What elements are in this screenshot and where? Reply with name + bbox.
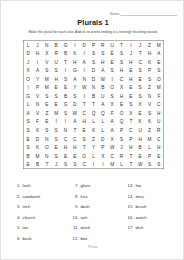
clue-item: 16.watch [126, 215, 147, 226]
grid-cell: H [61, 143, 70, 152]
grid-cell: G [61, 41, 70, 50]
grid-cell: L [98, 117, 107, 126]
grid-cell: J [24, 58, 33, 67]
grid-cell: K [33, 126, 42, 135]
clue-number: 16. [126, 215, 134, 220]
grid-cell: V [33, 109, 42, 118]
clue-item: 14.miss [126, 194, 147, 205]
grid-cell: S [135, 66, 144, 75]
instruction-text: Make the plural for each clue. Add es to… [1, 30, 184, 34]
grid-cell: C [79, 160, 88, 169]
grid-cell: V [145, 100, 154, 109]
grid-cell: T [135, 49, 144, 58]
grid-cell: R [154, 126, 163, 135]
grid-cell: D [98, 134, 107, 143]
grid-cell: C [135, 58, 144, 67]
grid-cell: C [79, 109, 88, 118]
grid-cell: I [79, 92, 88, 101]
grid-cell: K [33, 143, 42, 152]
grid-cell: T [126, 117, 135, 126]
grid-cell: B [51, 41, 60, 50]
grid-cell: I [61, 117, 70, 126]
grid-cell: T [61, 58, 70, 67]
grid-cell: S [117, 58, 126, 67]
grid-cell: H [126, 58, 135, 67]
grid-cell: S [24, 126, 33, 135]
grid-cell: H [117, 92, 126, 101]
grid-cell: M [154, 83, 163, 92]
grid-cell: H [126, 143, 135, 152]
grid-cell: M [42, 75, 51, 84]
grid-cell: D [70, 100, 79, 109]
grid-cell: X [117, 83, 126, 92]
clue-number: 8. [71, 194, 79, 199]
grid-cell: E [126, 83, 135, 92]
clue-word: lash [23, 183, 31, 188]
grid-cell: S [98, 49, 107, 58]
grid-cell: J [126, 49, 135, 58]
grid-cell: E [24, 160, 33, 169]
grid-cell: S [51, 66, 60, 75]
grid-cell: B [61, 92, 70, 101]
grid-cell: I [89, 160, 98, 169]
name-label: Name [110, 12, 119, 17]
grid-cell: J [117, 143, 126, 152]
clue-number: 11. [71, 225, 79, 230]
grid-cell: W [79, 83, 88, 92]
grid-cell: W [135, 160, 144, 169]
grid-cell: Y [33, 75, 42, 84]
clue-number: 5. [13, 225, 21, 230]
grid-cell: D [89, 75, 98, 84]
clue-number: 15. [126, 204, 134, 209]
grid-cell: E [79, 126, 88, 135]
grid-cell: V [42, 58, 51, 67]
clue-number: 12. [71, 236, 79, 241]
grid-cell: N [42, 134, 51, 143]
grid-cell: A [107, 117, 116, 126]
grid-cell: B [61, 49, 70, 58]
grid-cell: Z [145, 41, 154, 50]
clue-column-1: 1.lash2.sandwich3.inch4.church5.tax6.bus… [13, 183, 40, 246]
clue-item: 15.brush [126, 204, 147, 215]
clue-number: 17. [126, 225, 134, 230]
grid-cell: S [117, 134, 126, 143]
clue-word: dash [81, 204, 90, 209]
grid-cell: G [24, 92, 33, 101]
grid-cell: S [42, 92, 51, 101]
clue-word: brush [136, 204, 147, 209]
grid-cell: C [107, 151, 116, 160]
grid-cell: B [135, 143, 144, 152]
grid-cell: S [107, 92, 116, 101]
grid-cell: O [24, 75, 33, 84]
grid-cell: R [117, 151, 126, 160]
grid-cell: S [42, 126, 51, 135]
grid-cell: S [126, 100, 135, 109]
grid-cell: Z [89, 134, 98, 143]
grid-cell: S [145, 75, 154, 84]
worksheet-page: Name Plurals 1 Make the plural for each … [0, 0, 184, 260]
grid-cell: E [61, 151, 70, 160]
grid-cell: P [145, 151, 154, 160]
clue-word: glass [81, 183, 91, 188]
grid-cell: Z [145, 83, 154, 92]
grid-cell: S [24, 143, 33, 152]
grid-cell: N [79, 75, 88, 84]
grid-cell: N [42, 41, 51, 50]
grid-cell: K [145, 58, 154, 67]
clue-item: 3.inch [13, 204, 40, 215]
grid-cell: L [145, 143, 154, 152]
grid-cell: L [98, 126, 107, 135]
grid-cell: S [24, 117, 33, 126]
grid-cell: H [70, 58, 79, 67]
grid-cell: I [79, 49, 88, 58]
grid-cell: O [117, 109, 126, 118]
clue-number: 6. [13, 236, 21, 241]
grid-cell: A [98, 66, 107, 75]
grid-cell: S [51, 126, 60, 135]
clue-word: witch [81, 225, 91, 230]
grid-cell: G [79, 151, 88, 160]
name-field: Name [110, 11, 177, 16]
grid-cell: H [79, 117, 88, 126]
grid-cell: Q [117, 117, 126, 126]
grid-cell: R [98, 41, 107, 50]
grid-cell: X [98, 151, 107, 160]
grid-cell: Z [42, 109, 51, 118]
grid-cell: I [126, 41, 135, 50]
grid-cell: Y [89, 143, 98, 152]
clue-word: box [81, 236, 88, 241]
clue-number: 10. [71, 215, 79, 220]
clue-column-3: 13.fox14.miss15.brush16.watch17.dish [126, 183, 147, 236]
clue-item: 2.sandwich [13, 194, 40, 205]
grid-cell: P [145, 66, 154, 75]
grid-cell: H [51, 75, 60, 84]
clue-item: 1.lash [13, 183, 40, 194]
grid-cell: C [126, 126, 135, 135]
grid-cell: Z [145, 126, 154, 135]
grid-cell: H [33, 49, 42, 58]
grid-cell: X [135, 100, 144, 109]
grid-cell: O [154, 75, 163, 84]
grid-cell: M [51, 109, 60, 118]
grid-cell: S [61, 160, 70, 169]
grid-cell: F [33, 117, 42, 126]
grid-cell: E [42, 100, 51, 109]
grid-cell: A [70, 117, 79, 126]
grid-cell: J [135, 41, 144, 50]
grid-cell: I [33, 58, 42, 67]
grid-cell: K [89, 126, 98, 135]
grid-cell: L [117, 160, 126, 169]
grid-cell: E [51, 100, 60, 109]
clue-number: 7. [71, 183, 79, 188]
grid-cell: T [79, 143, 88, 152]
grid-cell: L [89, 151, 98, 160]
grid-cell: W [70, 109, 79, 118]
grid-cell: E [135, 75, 144, 84]
grid-cell: E [42, 117, 51, 126]
grid-cell: X [107, 134, 116, 143]
clue-word: miss [136, 194, 145, 199]
grid-cell: S [154, 66, 163, 75]
page-title: Plurals 1 [1, 18, 184, 27]
grid-cell: S [145, 160, 154, 169]
grid-cell: S [70, 160, 79, 169]
grid-cell: U [98, 92, 107, 101]
grid-cell: P [117, 126, 126, 135]
clue-word: ash [81, 215, 88, 220]
clue-number: 3. [13, 204, 21, 209]
grid-cell: S [89, 58, 98, 67]
grid-cell: H [135, 134, 144, 143]
clue-number: 1. [13, 183, 21, 188]
grid-cell: I [79, 66, 88, 75]
grid-cell: D [33, 134, 42, 143]
grid-cell: M [33, 151, 42, 160]
grid-cell: E [70, 151, 79, 160]
grid-cell: E [107, 49, 116, 58]
grid-cell: C [61, 134, 70, 143]
clue-number: 14. [126, 194, 134, 199]
grid-cell: L [24, 41, 33, 50]
grid-cell: X [126, 109, 135, 118]
grid-cell: H [117, 66, 126, 75]
grid-cell: F [107, 109, 116, 118]
grid-cell: E [126, 92, 135, 101]
clue-word: dish [136, 225, 144, 230]
grid-cell: O [42, 143, 51, 152]
grid-cell: B [33, 160, 42, 169]
grid-cell: A [70, 75, 79, 84]
clue-word: tax [23, 225, 29, 230]
grid-cell: S [42, 66, 51, 75]
clue-number: 4. [13, 215, 21, 220]
grid-cell: I [107, 75, 116, 84]
grid-cell: W [107, 143, 116, 152]
grid-cell: V [33, 92, 42, 101]
clue-number: 9. [71, 204, 79, 209]
grid-cell: H [154, 109, 163, 118]
grid-cell: L [89, 117, 98, 126]
grid-cell: T [89, 100, 98, 109]
grid-cell: S [117, 49, 126, 58]
grid-cell: T [79, 100, 88, 109]
grid-cell: M [107, 160, 116, 169]
grid-cell: S [61, 109, 70, 118]
grid-cell: R [51, 49, 60, 58]
grid-cell: E [154, 151, 163, 160]
grid-cell: A [33, 66, 42, 75]
clue-word: fox [136, 183, 142, 188]
grid-cell: S [51, 92, 60, 101]
grid-cell: I [98, 160, 107, 169]
clue-item: 9.dash [71, 204, 90, 215]
grid-cell: N [42, 151, 51, 160]
grid-cell: E [24, 134, 33, 143]
grid-cell: A [24, 109, 33, 118]
grid-cell: M [145, 134, 154, 143]
wordsearch-grid: LJNBGIDPRUTIJZMDHXRBKISSESJTHAJIVUTHASHE… [23, 40, 164, 169]
grid-cell: Y [70, 83, 79, 92]
grid-cell: S [154, 160, 163, 169]
grid-cell: S [79, 134, 88, 143]
grid-cell: H [70, 143, 79, 152]
grid-cell: K [135, 117, 144, 126]
grid-cell: D [79, 41, 88, 50]
grid-cell: Q [98, 109, 107, 118]
grid-cell: S [89, 49, 98, 58]
clue-word: inch [23, 204, 31, 209]
grid-cell: N [89, 83, 98, 92]
grid-cell: F [154, 92, 163, 101]
grid-cell: S [135, 83, 144, 92]
grid-cell: T [42, 160, 51, 169]
grid-cell: E [154, 58, 163, 67]
grid-cell: X [107, 100, 116, 109]
grid-cell: G [61, 100, 70, 109]
grid-cell: S [51, 151, 60, 160]
clue-column-2: 7.glass8.kiss9.dash10.ash11.witch12.box [71, 183, 90, 246]
grid-cell: I [70, 41, 79, 50]
clue-item: 10.ash [71, 215, 90, 226]
grid-cell: E [126, 66, 135, 75]
grid-cell: A [154, 49, 163, 58]
clue-number: 2. [13, 194, 21, 199]
grid-cell: U [154, 117, 163, 126]
grid-cell: S [135, 92, 144, 101]
grid-cell: B [98, 83, 107, 92]
grid-cell: E [61, 83, 70, 92]
grid-cell: I [51, 117, 60, 126]
grid-cell: D [89, 66, 98, 75]
grid-cell: P [89, 41, 98, 50]
grid-cell: W [98, 75, 107, 84]
clue-item: 4.church [13, 215, 40, 226]
grid-cell: E [107, 58, 116, 67]
grid-cell: S [51, 134, 60, 143]
footer-text: Plurals [1, 245, 184, 249]
grid-cell: E [135, 109, 144, 118]
name-blank-line [120, 11, 177, 16]
grid-cell: T [126, 160, 135, 169]
grid-cell: S [145, 109, 154, 118]
grid-cell: A [98, 100, 107, 109]
clue-word: church [23, 215, 36, 220]
grid-cell: E [51, 143, 60, 152]
grid-cell: X [24, 66, 33, 75]
grid-cell: P [98, 143, 107, 152]
grid-cell: Q [89, 109, 98, 118]
clue-word: kiss [81, 194, 88, 199]
grid-cell: B [24, 151, 33, 160]
grid-cell: S [70, 92, 79, 101]
grid-cell: K [145, 117, 154, 126]
grid-cell: A [79, 58, 88, 67]
grid-cell: P [33, 83, 42, 92]
grid-cell: M [154, 41, 163, 50]
grid-cell: J [33, 41, 42, 50]
grid-cell: J [51, 160, 60, 169]
grid-cell: H [126, 75, 135, 84]
clue-item: 13.fox [126, 183, 147, 194]
grid-cell: H [154, 143, 163, 152]
clue-word: watch [136, 215, 147, 220]
grid-cell: C [117, 75, 126, 84]
grid-cell: X [42, 49, 51, 58]
grid-cell: P [126, 134, 135, 143]
clue-word: bush [23, 236, 32, 241]
grid-cell: E [117, 100, 126, 109]
grid-cell: T [126, 151, 135, 160]
grid-cell: T [70, 126, 79, 135]
grid-cell: E [135, 151, 144, 160]
grid-cell: K [70, 49, 79, 58]
clue-word: sandwich [23, 194, 41, 199]
clue-number: 13. [126, 183, 134, 188]
grid-cell: L [24, 100, 33, 109]
grid-cell: N [145, 92, 154, 101]
grid-cell: D [24, 49, 33, 58]
grid-cell: N [61, 126, 70, 135]
clue-item: 11.witch [71, 225, 90, 236]
grid-cell: M [42, 83, 51, 92]
grid-cell: S [61, 75, 70, 84]
worksheet-sheet: Name Plurals 1 Make the plural for each … [1, 1, 184, 260]
grid-cell: A [107, 126, 116, 135]
clue-item: 7.glass [71, 183, 90, 194]
grid-cell: T [117, 41, 126, 50]
grid-cell: I [24, 83, 33, 92]
grid-cell: B [89, 92, 98, 101]
grid-cell: U [107, 41, 116, 50]
clue-item: 17.dish [126, 225, 147, 236]
grid-cell: O [107, 83, 116, 92]
grid-cell: S [107, 66, 116, 75]
grid-cell: C [70, 134, 79, 143]
grid-cell: H [145, 49, 154, 58]
grid-cell: C [154, 100, 163, 109]
grid-cell: C [154, 134, 163, 143]
grid-cell: H [98, 58, 107, 67]
grid-cell: G [70, 66, 79, 75]
clue-item: 5.tax [13, 225, 40, 236]
clue-item: 8.kiss [71, 194, 90, 205]
grid-cell: I [61, 66, 70, 75]
grid-cell: E [51, 83, 60, 92]
grid-cell: U [135, 126, 144, 135]
grid-cell: N [33, 100, 42, 109]
grid-cell: U [51, 58, 60, 67]
